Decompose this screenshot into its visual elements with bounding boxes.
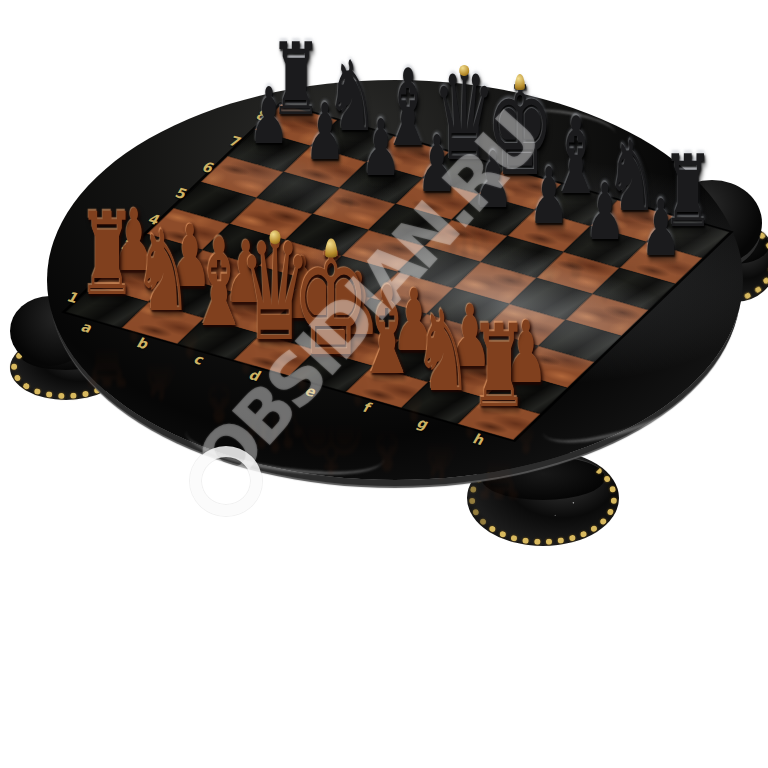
- piece-reflection: ♜: [440, 415, 558, 508]
- rook-icon: ♜: [440, 310, 558, 424]
- piece-reflection: ♟: [602, 260, 720, 324]
- pawn-icon: ♟: [602, 188, 720, 266]
- pieces-layer: ♜♜♞♞♝♝♛♛♚♚♝♝♞♞♜♜♟♟♟♟♟♟♟♟♟♟♟♟♟♟♟♟♟♟♟♟♟♟♟♟…: [0, 0, 768, 768]
- gold-finial-icon: [325, 239, 337, 258]
- obsidian-chess-table-photo: 12345678abcdefgh ♜♜♞♞♝♝♛♛♚♚♝♝♞♞♜♜♟♟♟♟♟♟♟…: [0, 0, 768, 768]
- piece-brown-rook-h1[interactable]: ♜♜: [419, 333, 579, 422]
- piece-black-pawn-h7[interactable]: ♟♟: [581, 204, 741, 265]
